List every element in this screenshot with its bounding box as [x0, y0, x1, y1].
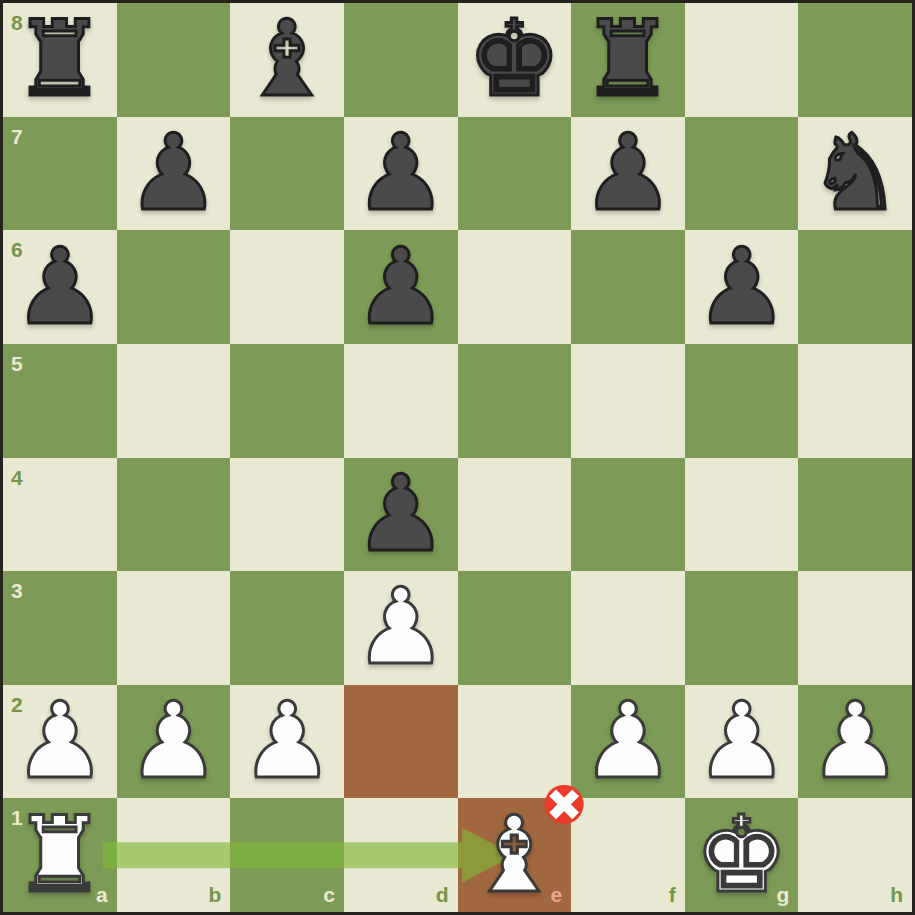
black-pawn[interactable]: ♟	[344, 458, 458, 572]
white-pawn[interactable]: ♟	[117, 685, 231, 799]
chess-board-screenshot: 87654321abcdefgh ♜♝♚♜♟♟♟♞♟♟♟♟♟♟♟♟♟♟♟♜♝♚	[0, 0, 915, 915]
pieces-layer: ♜♝♚♜♟♟♟♞♟♟♟♟♟♟♟♟♟♟♟♜♝♚	[3, 3, 912, 912]
black-king[interactable]: ♚	[458, 3, 572, 117]
white-bishop[interactable]: ♝	[458, 798, 572, 912]
black-rook[interactable]: ♜	[571, 3, 685, 117]
white-rook[interactable]: ♜	[3, 798, 117, 912]
black-pawn[interactable]: ♟	[3, 230, 117, 344]
black-rook[interactable]: ♜	[3, 3, 117, 117]
black-knight[interactable]: ♞	[798, 117, 912, 231]
black-pawn[interactable]: ♟	[571, 117, 685, 231]
white-king[interactable]: ♚	[685, 798, 799, 912]
white-pawn[interactable]: ♟	[344, 571, 458, 685]
black-pawn[interactable]: ♟	[344, 230, 458, 344]
black-pawn[interactable]: ♟	[117, 117, 231, 231]
white-pawn[interactable]: ♟	[571, 685, 685, 799]
white-pawn[interactable]: ♟	[3, 685, 117, 799]
black-pawn[interactable]: ♟	[685, 230, 799, 344]
white-pawn[interactable]: ♟	[230, 685, 344, 799]
white-pawn[interactable]: ♟	[798, 685, 912, 799]
white-pawn[interactable]: ♟	[685, 685, 799, 799]
black-bishop[interactable]: ♝	[230, 3, 344, 117]
black-pawn[interactable]: ♟	[344, 117, 458, 231]
